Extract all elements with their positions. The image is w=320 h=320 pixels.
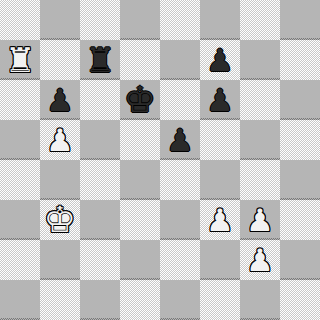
- piece-white-king-b3[interactable]: ♚: [44, 200, 76, 240]
- square-b4[interactable]: [40, 160, 80, 200]
- square-b1[interactable]: [40, 280, 80, 320]
- square-e6[interactable]: [160, 80, 200, 120]
- square-a5[interactable]: [0, 120, 40, 160]
- square-f2[interactable]: [200, 240, 240, 280]
- square-a4[interactable]: [0, 160, 40, 200]
- square-f5[interactable]: [200, 120, 240, 160]
- square-d2[interactable]: [120, 240, 160, 280]
- square-c4[interactable]: [80, 160, 120, 200]
- square-d4[interactable]: [120, 160, 160, 200]
- square-h1[interactable]: [280, 280, 320, 320]
- square-a2[interactable]: [0, 240, 40, 280]
- piece-black-pawn-f7[interactable]: ♟: [206, 40, 234, 80]
- piece-white-pawn-g3[interactable]: ♟: [246, 200, 274, 240]
- square-d6[interactable]: ♚: [120, 80, 160, 120]
- square-h8[interactable]: [280, 0, 320, 40]
- square-e8[interactable]: [160, 0, 200, 40]
- square-h2[interactable]: [280, 240, 320, 280]
- square-a6[interactable]: [0, 80, 40, 120]
- square-d5[interactable]: [120, 120, 160, 160]
- square-f7[interactable]: ♟: [200, 40, 240, 80]
- square-h7[interactable]: [280, 40, 320, 80]
- square-h3[interactable]: [280, 200, 320, 240]
- piece-black-rook-c7[interactable]: ♜: [85, 40, 115, 80]
- square-d7[interactable]: [120, 40, 160, 80]
- square-c3[interactable]: [80, 200, 120, 240]
- square-b8[interactable]: [40, 0, 80, 40]
- square-g3[interactable]: ♟: [240, 200, 280, 240]
- square-b2[interactable]: [40, 240, 80, 280]
- square-h4[interactable]: [280, 160, 320, 200]
- square-d8[interactable]: [120, 0, 160, 40]
- square-a1[interactable]: [0, 280, 40, 320]
- square-e7[interactable]: [160, 40, 200, 80]
- square-d1[interactable]: [120, 280, 160, 320]
- square-g6[interactable]: [240, 80, 280, 120]
- square-g1[interactable]: [240, 280, 280, 320]
- piece-black-pawn-b6[interactable]: ♟: [46, 80, 74, 120]
- square-h6[interactable]: [280, 80, 320, 120]
- square-f4[interactable]: [200, 160, 240, 200]
- square-h5[interactable]: [280, 120, 320, 160]
- piece-white-pawn-b5[interactable]: ♟: [46, 120, 74, 160]
- square-c2[interactable]: [80, 240, 120, 280]
- square-f6[interactable]: ♟: [200, 80, 240, 120]
- square-c7[interactable]: ♜: [80, 40, 120, 80]
- square-a8[interactable]: [0, 0, 40, 40]
- square-b5[interactable]: ♟: [40, 120, 80, 160]
- square-b7[interactable]: [40, 40, 80, 80]
- square-b6[interactable]: ♟: [40, 80, 80, 120]
- piece-black-pawn-e5[interactable]: ♟: [166, 120, 194, 160]
- square-g5[interactable]: [240, 120, 280, 160]
- square-c5[interactable]: [80, 120, 120, 160]
- square-g2[interactable]: ♟: [240, 240, 280, 280]
- piece-white-pawn-g2[interactable]: ♟: [246, 240, 274, 280]
- square-a3[interactable]: [0, 200, 40, 240]
- piece-black-pawn-f6[interactable]: ♟: [206, 80, 234, 120]
- square-c8[interactable]: [80, 0, 120, 40]
- piece-white-pawn-f3[interactable]: ♟: [206, 200, 234, 240]
- square-f8[interactable]: [200, 0, 240, 40]
- square-c1[interactable]: [80, 280, 120, 320]
- square-e4[interactable]: [160, 160, 200, 200]
- square-a7[interactable]: ♜: [0, 40, 40, 80]
- piece-black-king-d6[interactable]: ♚: [124, 80, 156, 120]
- square-e3[interactable]: [160, 200, 200, 240]
- chess-board: ♜♜♟♟♚♟♟♟♚♟♟♟: [0, 0, 320, 320]
- square-f3[interactable]: ♟: [200, 200, 240, 240]
- square-g4[interactable]: [240, 160, 280, 200]
- square-c6[interactable]: [80, 80, 120, 120]
- square-d3[interactable]: [120, 200, 160, 240]
- square-f1[interactable]: [200, 280, 240, 320]
- square-e1[interactable]: [160, 280, 200, 320]
- square-e2[interactable]: [160, 240, 200, 280]
- square-g7[interactable]: [240, 40, 280, 80]
- piece-white-rook-a7[interactable]: ♜: [5, 40, 35, 80]
- square-e5[interactable]: ♟: [160, 120, 200, 160]
- square-g8[interactable]: [240, 0, 280, 40]
- square-b3[interactable]: ♚: [40, 200, 80, 240]
